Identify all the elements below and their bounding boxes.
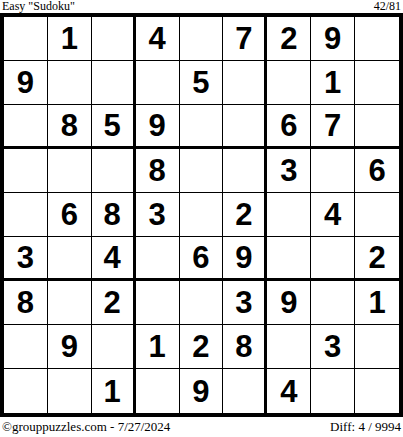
sudoku-cell-r2c2[interactable]: [48, 61, 92, 105]
sudoku-cell-r2c9[interactable]: [355, 61, 399, 105]
sudoku-cell-r8c8[interactable]: 3: [311, 325, 355, 369]
copyright-text: ©grouppuzzles.com - 7/27/2024: [2, 420, 170, 434]
sudoku-cell-r2c6[interactable]: [223, 61, 267, 105]
sudoku-cell-r4c4[interactable]: 8: [136, 149, 180, 193]
sudoku-cell-r8c7[interactable]: [267, 325, 311, 369]
sudoku-cell-r4c7[interactable]: 3: [267, 149, 311, 193]
sudoku-cell-r1c1[interactable]: [4, 17, 48, 61]
sudoku-cell-r6c4[interactable]: [136, 237, 180, 281]
header: Easy "Sudoku" 42/81: [0, 0, 403, 13]
sudoku-cell-r9c4[interactable]: [136, 369, 180, 413]
sudoku-cell-r7c2[interactable]: [48, 281, 92, 325]
sudoku-cell-r1c3[interactable]: [92, 17, 136, 61]
sudoku-cell-r6c9[interactable]: 2: [355, 237, 399, 281]
sudoku-board: 147299518596783668324346928239191283194: [0, 13, 403, 417]
sudoku-cell-r9c1[interactable]: [4, 369, 48, 413]
sudoku-cell-r1c4[interactable]: 4: [136, 17, 180, 61]
sudoku-cell-r3c5[interactable]: [180, 105, 224, 149]
sudoku-cell-r5c5[interactable]: [180, 193, 224, 237]
sudoku-cell-r7c6[interactable]: 3: [223, 281, 267, 325]
sudoku-cell-r5c2[interactable]: 6: [48, 193, 92, 237]
sudoku-cell-r7c4[interactable]: [136, 281, 180, 325]
sudoku-cell-r6c5[interactable]: 6: [180, 237, 224, 281]
sudoku-cell-r9c7[interactable]: 4: [267, 369, 311, 413]
sudoku-cell-r2c7[interactable]: [267, 61, 311, 105]
sudoku-cell-r3c9[interactable]: [355, 105, 399, 149]
sudoku-cell-r3c3[interactable]: 5: [92, 105, 136, 149]
sudoku-cell-r5c7[interactable]: [267, 193, 311, 237]
sudoku-cell-r8c1[interactable]: [4, 325, 48, 369]
sudoku-cell-r4c8[interactable]: [311, 149, 355, 193]
sudoku-cell-r8c3[interactable]: [92, 325, 136, 369]
sudoku-cell-r1c7[interactable]: 2: [267, 17, 311, 61]
sudoku-cell-r3c1[interactable]: [4, 105, 48, 149]
sudoku-cell-r8c4[interactable]: 1: [136, 325, 180, 369]
sudoku-cell-r9c8[interactable]: [311, 369, 355, 413]
sudoku-cell-r9c2[interactable]: [48, 369, 92, 413]
sudoku-cell-r4c9[interactable]: 6: [355, 149, 399, 193]
sudoku-cell-r4c3[interactable]: [92, 149, 136, 193]
puzzle-title: Easy "Sudoku": [2, 0, 75, 12]
footer: ©grouppuzzles.com - 7/27/2024 Diff: 4 / …: [0, 417, 403, 437]
sudoku-cell-r7c1[interactable]: 8: [4, 281, 48, 325]
sudoku-cell-r7c5[interactable]: [180, 281, 224, 325]
sudoku-cell-r4c6[interactable]: [223, 149, 267, 193]
sudoku-cell-r1c2[interactable]: 1: [48, 17, 92, 61]
sudoku-cell-r4c1[interactable]: [4, 149, 48, 193]
sudoku-cell-r2c1[interactable]: 9: [4, 61, 48, 105]
sudoku-cell-r3c4[interactable]: 9: [136, 105, 180, 149]
sudoku-cell-r2c3[interactable]: [92, 61, 136, 105]
sudoku-cell-r2c4[interactable]: [136, 61, 180, 105]
sudoku-cell-r7c3[interactable]: 2: [92, 281, 136, 325]
sudoku-cell-r6c6[interactable]: 9: [223, 237, 267, 281]
sudoku-cell-r7c7[interactable]: 9: [267, 281, 311, 325]
sudoku-cell-r8c2[interactable]: 9: [48, 325, 92, 369]
sudoku-cell-r7c8[interactable]: [311, 281, 355, 325]
sudoku-cell-r1c9[interactable]: [355, 17, 399, 61]
sudoku-cell-r8c5[interactable]: 2: [180, 325, 224, 369]
sudoku-cell-r9c5[interactable]: 9: [180, 369, 224, 413]
sudoku-cell-r9c3[interactable]: 1: [92, 369, 136, 413]
sudoku-cell-r1c6[interactable]: 7: [223, 17, 267, 61]
sudoku-page: Easy "Sudoku" 42/81 14729951859678366832…: [0, 0, 403, 437]
sudoku-cell-r5c4[interactable]: 3: [136, 193, 180, 237]
sudoku-cell-r9c9[interactable]: [355, 369, 399, 413]
sudoku-cell-r1c8[interactable]: 9: [311, 17, 355, 61]
sudoku-cell-r5c3[interactable]: 8: [92, 193, 136, 237]
sudoku-cell-r5c8[interactable]: 4: [311, 193, 355, 237]
sudoku-cell-r3c7[interactable]: 6: [267, 105, 311, 149]
sudoku-cell-r8c9[interactable]: [355, 325, 399, 369]
sudoku-cell-r4c2[interactable]: [48, 149, 92, 193]
sudoku-cell-r3c6[interactable]: [223, 105, 267, 149]
sudoku-cell-r6c7[interactable]: [267, 237, 311, 281]
sudoku-cell-r5c6[interactable]: 2: [223, 193, 267, 237]
sudoku-cell-r3c2[interactable]: 8: [48, 105, 92, 149]
sudoku-cell-r4c5[interactable]: [180, 149, 224, 193]
sudoku-cell-r6c2[interactable]: [48, 237, 92, 281]
sudoku-cell-r5c9[interactable]: [355, 193, 399, 237]
difficulty-text: Diff: 4 / 9994: [330, 420, 401, 434]
sudoku-cell-r8c6[interactable]: 8: [223, 325, 267, 369]
sudoku-cell-r2c8[interactable]: 1: [311, 61, 355, 105]
progress-counter: 42/81: [374, 0, 401, 12]
sudoku-cell-r7c9[interactable]: 1: [355, 281, 399, 325]
sudoku-cell-r1c5[interactable]: [180, 17, 224, 61]
sudoku-cell-r3c8[interactable]: 7: [311, 105, 355, 149]
sudoku-cell-r6c3[interactable]: 4: [92, 237, 136, 281]
sudoku-cell-r6c1[interactable]: 3: [4, 237, 48, 281]
sudoku-cell-r5c1[interactable]: [4, 193, 48, 237]
sudoku-cell-r6c8[interactable]: [311, 237, 355, 281]
sudoku-cell-r9c6[interactable]: [223, 369, 267, 413]
sudoku-cell-r2c5[interactable]: 5: [180, 61, 224, 105]
